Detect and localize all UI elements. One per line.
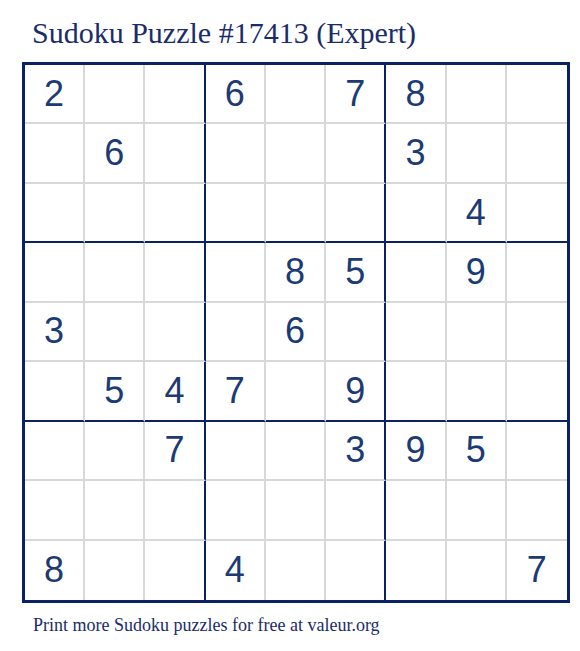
sudoku-cell-r6c7: [386, 362, 446, 421]
sudoku-cell-r6c9: [507, 362, 567, 421]
sudoku-cell-r3c5: [266, 184, 326, 243]
sudoku-cell-r7c7: 9: [386, 422, 446, 481]
sudoku-cell-r4c8: 9: [447, 243, 507, 302]
sudoku-cell-r1c9: [507, 65, 567, 124]
sudoku-cell-r8c9: [507, 481, 567, 540]
sudoku-cell-r1c1: 2: [25, 65, 85, 124]
sudoku-cell-r4c9: [507, 243, 567, 302]
sudoku-cell-r6c6: 9: [326, 362, 386, 421]
sudoku-cell-r1c4: 6: [206, 65, 266, 124]
page: Sudoku Puzzle #17413 (Expert) 2678634859…: [0, 0, 580, 651]
sudoku-cell-r7c5: [266, 422, 326, 481]
sudoku-cell-r2c6: [326, 124, 386, 183]
sudoku-cell-r3c3: [145, 184, 205, 243]
sudoku-cell-r5c2: [85, 303, 145, 362]
sudoku-cell-r3c1: [25, 184, 85, 243]
sudoku-cell-r2c5: [266, 124, 326, 183]
sudoku-cell-r3c7: [386, 184, 446, 243]
sudoku-cell-r7c8: 5: [447, 422, 507, 481]
sudoku-cell-r5c5: 6: [266, 303, 326, 362]
sudoku-cell-r6c5: [266, 362, 326, 421]
sudoku-cell-r6c1: [25, 362, 85, 421]
sudoku-cell-r9c4: 4: [206, 541, 266, 600]
sudoku-cell-r7c9: [507, 422, 567, 481]
sudoku-cell-r5c6: [326, 303, 386, 362]
sudoku-cell-r1c6: 7: [326, 65, 386, 124]
sudoku-cell-r9c6: [326, 541, 386, 600]
sudoku-cell-r6c4: 7: [206, 362, 266, 421]
sudoku-cell-r5c4: [206, 303, 266, 362]
sudoku-cell-r3c9: [507, 184, 567, 243]
sudoku-cell-r9c5: [266, 541, 326, 600]
sudoku-cell-r4c7: [386, 243, 446, 302]
sudoku-cell-r1c2: [85, 65, 145, 124]
sudoku-cell-r8c1: [25, 481, 85, 540]
sudoku-cell-r8c4: [206, 481, 266, 540]
sudoku-cell-r2c8: [447, 124, 507, 183]
sudoku-cell-r8c3: [145, 481, 205, 540]
sudoku-cell-r8c8: [447, 481, 507, 540]
sudoku-cell-r6c2: 5: [85, 362, 145, 421]
sudoku-cell-r8c6: [326, 481, 386, 540]
sudoku-cell-r9c7: [386, 541, 446, 600]
sudoku-cell-r9c8: [447, 541, 507, 600]
sudoku-cell-r3c4: [206, 184, 266, 243]
sudoku-cell-r5c8: [447, 303, 507, 362]
sudoku-cell-r5c1: 3: [25, 303, 85, 362]
sudoku-cell-r1c3: [145, 65, 205, 124]
sudoku-cell-r9c9: 7: [507, 541, 567, 600]
sudoku-cell-r9c3: [145, 541, 205, 600]
sudoku-cell-r1c7: 8: [386, 65, 446, 124]
sudoku-cell-r4c3: [145, 243, 205, 302]
sudoku-cell-r5c3: [145, 303, 205, 362]
sudoku-cell-r2c9: [507, 124, 567, 183]
sudoku-cell-r3c8: 4: [447, 184, 507, 243]
sudoku-cell-r8c5: [266, 481, 326, 540]
sudoku-cell-r8c7: [386, 481, 446, 540]
sudoku-cell-r4c2: [85, 243, 145, 302]
page-title: Sudoku Puzzle #17413 (Expert): [32, 16, 416, 50]
sudoku-cell-r7c3: 7: [145, 422, 205, 481]
sudoku-cell-r1c8: [447, 65, 507, 124]
sudoku-cell-r3c2: [85, 184, 145, 243]
sudoku-cell-r2c7: 3: [386, 124, 446, 183]
sudoku-cell-r1c5: [266, 65, 326, 124]
sudoku-board: 26786348593654797395847: [22, 62, 570, 603]
sudoku-cell-r2c4: [206, 124, 266, 183]
sudoku-cell-r6c8: [447, 362, 507, 421]
footer-text: Print more Sudoku puzzles for free at va…: [33, 615, 380, 636]
sudoku-cell-r5c9: [507, 303, 567, 362]
sudoku-cell-r4c4: [206, 243, 266, 302]
sudoku-cell-r4c5: 8: [266, 243, 326, 302]
sudoku-cell-r2c1: [25, 124, 85, 183]
sudoku-cell-r8c2: [85, 481, 145, 540]
sudoku-cell-r5c7: [386, 303, 446, 362]
sudoku-cell-r4c1: [25, 243, 85, 302]
sudoku-cell-r9c1: 8: [25, 541, 85, 600]
sudoku-cell-r4c6: 5: [326, 243, 386, 302]
sudoku-cell-r3c6: [326, 184, 386, 243]
sudoku-cell-r7c2: [85, 422, 145, 481]
sudoku-cell-r9c2: [85, 541, 145, 600]
sudoku-cell-r7c1: [25, 422, 85, 481]
sudoku-cell-r2c2: 6: [85, 124, 145, 183]
sudoku-cell-r7c4: [206, 422, 266, 481]
sudoku-cell-r7c6: 3: [326, 422, 386, 481]
sudoku-cell-r2c3: [145, 124, 205, 183]
sudoku-cell-r6c3: 4: [145, 362, 205, 421]
